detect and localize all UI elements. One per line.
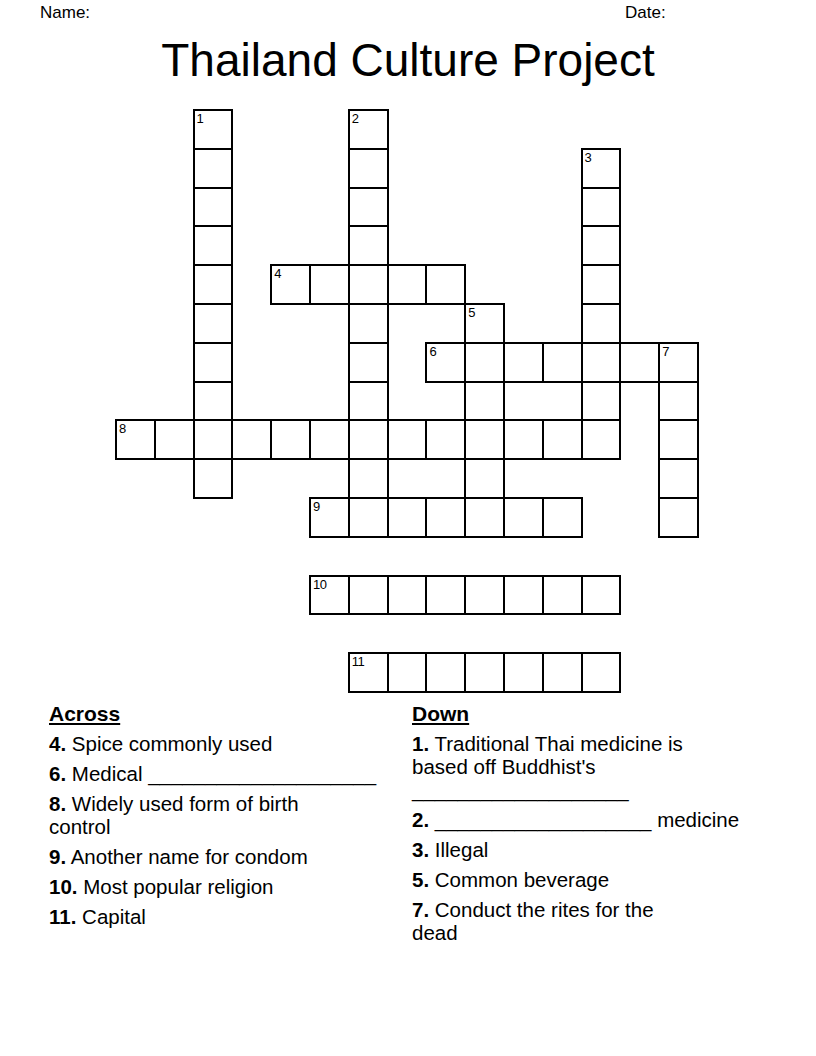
clue-label: 4. (49, 732, 66, 755)
clue-number-7: 7 (662, 344, 669, 359)
cell-r14c8[interactable] (425, 652, 466, 693)
cell-r4c6[interactable] (348, 264, 389, 305)
cell-r8c10[interactable] (503, 419, 544, 460)
cell-r10c14[interactable] (658, 497, 699, 538)
cell-r14c11[interactable] (542, 652, 583, 693)
cell-r9c14[interactable] (658, 458, 699, 499)
cell-r7c6[interactable] (348, 381, 389, 422)
cell-r3c6[interactable] (348, 225, 389, 266)
across-clue-list: 4. Spice commonly used6. Medical _______… (49, 732, 405, 928)
clue-label: 9. (49, 845, 66, 868)
clue-text: Illegal (435, 838, 489, 861)
crossword-grid: 1234567891011 (116, 110, 698, 692)
across-clue-9: 9. Another name for condom (49, 845, 405, 868)
cell-r7c14[interactable] (658, 381, 699, 422)
clue-number-4: 4 (274, 266, 281, 281)
across-heading: Across (49, 701, 120, 726)
clue-label: 2. (412, 808, 429, 831)
cell-r7c9[interactable] (464, 381, 505, 422)
cell-r2c6[interactable] (348, 187, 389, 228)
clue-number-10: 10 (313, 577, 326, 592)
cell-r14c9[interactable] (464, 652, 505, 693)
cell-r4c5[interactable] (309, 264, 350, 305)
cell-r6c12[interactable] (581, 342, 622, 383)
cell-r4c12[interactable] (581, 264, 622, 305)
down-heading: Down (412, 701, 469, 726)
cell-r7c2[interactable] (193, 381, 234, 422)
clue-text: Widely used form of birth control (49, 792, 299, 838)
cell-r12c7[interactable] (387, 575, 428, 616)
clue-label: 6. (49, 762, 66, 785)
cell-r6c10[interactable] (503, 342, 544, 383)
clue-label: 8. (49, 792, 66, 815)
clue-text: Most popular religion (83, 875, 273, 898)
cell-r10c11[interactable] (542, 497, 583, 538)
cell-r2c12[interactable] (581, 187, 622, 228)
cell-r9c6[interactable] (348, 458, 389, 499)
cell-r3c12[interactable] (581, 225, 622, 266)
cell-r12c6[interactable] (348, 575, 389, 616)
cell-r5c12[interactable] (581, 303, 622, 344)
cell-r6c13[interactable] (619, 342, 660, 383)
clue-text: Spice commonly used (72, 732, 273, 755)
cell-r8c1[interactable] (154, 419, 195, 460)
cell-r9c9[interactable] (464, 458, 505, 499)
cell-r1c6[interactable] (348, 148, 389, 189)
cell-r12c8[interactable] (425, 575, 466, 616)
clue-number-6: 6 (429, 344, 436, 359)
cell-r5c2[interactable] (193, 303, 234, 344)
clue-number-9: 9 (313, 499, 320, 514)
clue-number-3: 3 (585, 150, 592, 165)
cell-r10c6[interactable] (348, 497, 389, 538)
down-clues-section: Down 1. Traditional Thai medicine is bas… (412, 701, 768, 951)
clue-text: Capital (82, 905, 146, 928)
clue-label: 3. (412, 838, 429, 861)
clue-text: Conduct the rites for the dead (412, 898, 654, 944)
down-clue-3: 3. Illegal (412, 838, 768, 861)
cell-r10c8[interactable] (425, 497, 466, 538)
cell-r6c9[interactable] (464, 342, 505, 383)
down-clue-1: 1. Traditional Thai medicine is based of… (412, 732, 768, 801)
cell-r8c4[interactable] (270, 419, 311, 460)
down-clue-list: 1. Traditional Thai medicine is based of… (412, 732, 768, 944)
cell-r9c2[interactable] (193, 458, 234, 499)
cell-r6c11[interactable] (542, 342, 583, 383)
down-clue-7: 7. Conduct the rites for the dead (412, 898, 768, 944)
clue-number-8: 8 (119, 421, 126, 436)
cell-r8c11[interactable] (542, 419, 583, 460)
cell-r5c9[interactable]: 5 (464, 303, 505, 344)
clue-label: 1. (412, 732, 429, 755)
name-label: Name: (40, 3, 90, 22)
across-clue-10: 10. Most popular religion (49, 875, 405, 898)
cell-r12c10[interactable] (503, 575, 544, 616)
across-clue-6: 6. Medical ____________________ (49, 762, 405, 785)
across-clue-8: 8. Widely used form of birth control (49, 792, 405, 838)
cell-r6c8[interactable]: 6 (425, 342, 466, 383)
clue-number-5: 5 (468, 305, 475, 320)
cell-r8c7[interactable] (387, 419, 428, 460)
cell-r8c6[interactable] (348, 419, 389, 460)
cell-r6c6[interactable] (348, 342, 389, 383)
cell-r12c5[interactable]: 10 (309, 575, 350, 616)
clue-number-11: 11 (352, 654, 365, 669)
cell-r8c0[interactable]: 8 (115, 419, 156, 460)
cell-r12c9[interactable] (464, 575, 505, 616)
cell-r4c2[interactable] (193, 264, 234, 305)
cell-r8c12[interactable] (581, 419, 622, 460)
clue-number-1: 1 (197, 111, 204, 126)
cell-r12c11[interactable] (542, 575, 583, 616)
page-title: Thailand Culture Project (0, 33, 816, 87)
cell-r6c2[interactable] (193, 342, 234, 383)
cell-r8c9[interactable] (464, 419, 505, 460)
clue-text: ___________________ medicine (435, 808, 739, 831)
down-clue-5: 5. Common beverage (412, 868, 768, 891)
cell-r1c12[interactable]: 3 (581, 148, 622, 189)
clue-label: 10. (49, 875, 78, 898)
cell-r12c12[interactable] (581, 575, 622, 616)
cell-r10c7[interactable] (387, 497, 428, 538)
date-label: Date: (625, 3, 666, 22)
cell-r8c8[interactable] (425, 419, 466, 460)
cell-r0c2[interactable]: 1 (193, 109, 234, 150)
cell-r8c5[interactable] (309, 419, 350, 460)
clue-text: Common beverage (435, 868, 609, 891)
cell-r4c4[interactable]: 4 (270, 264, 311, 305)
cell-r7c12[interactable] (581, 381, 622, 422)
cell-r2c2[interactable] (193, 187, 234, 228)
cell-r14c7[interactable] (387, 652, 428, 693)
cell-r6c14[interactable]: 7 (658, 342, 699, 383)
cell-r10c9[interactable] (464, 497, 505, 538)
across-clues-section: Across 4. Spice commonly used6. Medical … (49, 701, 405, 935)
clue-label: 5. (412, 868, 429, 891)
clue-text: Traditional Thai medicine is based off B… (412, 732, 683, 801)
cell-r1c2[interactable] (193, 148, 234, 189)
cell-r4c7[interactable] (387, 264, 428, 305)
cell-r14c10[interactable] (503, 652, 544, 693)
crossword-worksheet: { "header": { "name_label": "Name:", "da… (0, 0, 816, 1056)
clue-label: 7. (412, 898, 429, 921)
clue-number-2: 2 (352, 111, 359, 126)
cell-r8c14[interactable] (658, 419, 699, 460)
cell-r8c3[interactable] (231, 419, 272, 460)
cell-r10c10[interactable] (503, 497, 544, 538)
cell-r4c8[interactable] (425, 264, 466, 305)
cell-r10c5[interactable]: 9 (309, 497, 350, 538)
cell-r8c2[interactable] (193, 419, 234, 460)
cell-r5c6[interactable] (348, 303, 389, 344)
clue-label: 11. (49, 905, 76, 928)
across-clue-11: 11. Capital (49, 905, 405, 928)
down-clue-2: 2. ___________________ medicine (412, 808, 768, 831)
cell-r14c12[interactable] (581, 652, 622, 693)
cell-r14c6[interactable]: 11 (348, 652, 389, 693)
cell-r3c2[interactable] (193, 225, 234, 266)
across-clue-4: 4. Spice commonly used (49, 732, 405, 755)
cell-r0c6[interactable]: 2 (348, 109, 389, 150)
clue-text: Another name for condom (71, 845, 308, 868)
clue-text: Medical ____________________ (72, 762, 376, 785)
